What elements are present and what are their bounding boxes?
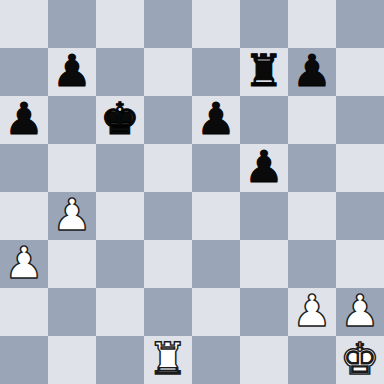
square-e7[interactable] (192, 48, 240, 96)
piece-black-rook[interactable]: ♜ (244, 47, 283, 95)
square-d1[interactable]: ♜ (144, 336, 192, 384)
square-a6[interactable]: ♟ (0, 96, 48, 144)
square-g2[interactable]: ♟ (288, 288, 336, 336)
square-a8[interactable] (0, 0, 48, 48)
square-c2[interactable] (96, 288, 144, 336)
square-d6[interactable] (144, 96, 192, 144)
piece-white-pawn[interactable]: ♟ (4, 239, 43, 287)
piece-white-rook[interactable]: ♜ (148, 335, 187, 383)
piece-white-pawn[interactable]: ♟ (292, 287, 331, 335)
square-c3[interactable] (96, 240, 144, 288)
square-d5[interactable] (144, 144, 192, 192)
piece-black-pawn[interactable]: ♟ (52, 47, 91, 95)
square-g1[interactable] (288, 336, 336, 384)
piece-black-pawn[interactable]: ♟ (4, 95, 43, 143)
piece-black-pawn[interactable]: ♟ (244, 143, 283, 191)
square-e4[interactable] (192, 192, 240, 240)
square-e1[interactable] (192, 336, 240, 384)
square-g7[interactable]: ♟ (288, 48, 336, 96)
square-b8[interactable] (48, 0, 96, 48)
square-a7[interactable] (0, 48, 48, 96)
square-a2[interactable] (0, 288, 48, 336)
square-c1[interactable] (96, 336, 144, 384)
square-b5[interactable] (48, 144, 96, 192)
square-c4[interactable] (96, 192, 144, 240)
square-b3[interactable] (48, 240, 96, 288)
square-e6[interactable]: ♟ (192, 96, 240, 144)
square-d3[interactable] (144, 240, 192, 288)
square-b1[interactable] (48, 336, 96, 384)
square-c5[interactable] (96, 144, 144, 192)
piece-white-king[interactable]: ♚ (340, 335, 379, 383)
square-h5[interactable] (336, 144, 384, 192)
square-d7[interactable] (144, 48, 192, 96)
square-d2[interactable] (144, 288, 192, 336)
piece-black-pawn[interactable]: ♟ (292, 47, 331, 95)
square-f6[interactable] (240, 96, 288, 144)
square-b7[interactable]: ♟ (48, 48, 96, 96)
square-h4[interactable] (336, 192, 384, 240)
square-c8[interactable] (96, 0, 144, 48)
square-b2[interactable] (48, 288, 96, 336)
piece-black-pawn[interactable]: ♟ (196, 95, 235, 143)
piece-white-pawn[interactable]: ♟ (340, 287, 379, 335)
square-a1[interactable] (0, 336, 48, 384)
piece-black-king[interactable]: ♚ (100, 95, 139, 143)
square-e2[interactable] (192, 288, 240, 336)
square-f8[interactable] (240, 0, 288, 48)
square-d4[interactable] (144, 192, 192, 240)
square-h6[interactable] (336, 96, 384, 144)
square-h2[interactable]: ♟ (336, 288, 384, 336)
square-b6[interactable] (48, 96, 96, 144)
square-f1[interactable] (240, 336, 288, 384)
square-e3[interactable] (192, 240, 240, 288)
square-d8[interactable] (144, 0, 192, 48)
square-b4[interactable]: ♟ (48, 192, 96, 240)
piece-white-pawn[interactable]: ♟ (52, 191, 91, 239)
square-f5[interactable]: ♟ (240, 144, 288, 192)
square-h7[interactable] (336, 48, 384, 96)
square-g3[interactable] (288, 240, 336, 288)
square-c7[interactable] (96, 48, 144, 96)
square-g4[interactable] (288, 192, 336, 240)
square-e8[interactable] (192, 0, 240, 48)
square-h1[interactable]: ♚ (336, 336, 384, 384)
square-e5[interactable] (192, 144, 240, 192)
square-f3[interactable] (240, 240, 288, 288)
square-c6[interactable]: ♚ (96, 96, 144, 144)
chess-board: ♟♜♟♟♚♟♟♟♟♟♟♜♚ (0, 0, 384, 384)
square-f2[interactable] (240, 288, 288, 336)
square-g6[interactable] (288, 96, 336, 144)
square-h8[interactable] (336, 0, 384, 48)
square-f4[interactable] (240, 192, 288, 240)
square-a4[interactable] (0, 192, 48, 240)
square-f7[interactable]: ♜ (240, 48, 288, 96)
square-g5[interactable] (288, 144, 336, 192)
square-a5[interactable] (0, 144, 48, 192)
square-g8[interactable] (288, 0, 336, 48)
square-a3[interactable]: ♟ (0, 240, 48, 288)
square-h3[interactable] (336, 240, 384, 288)
